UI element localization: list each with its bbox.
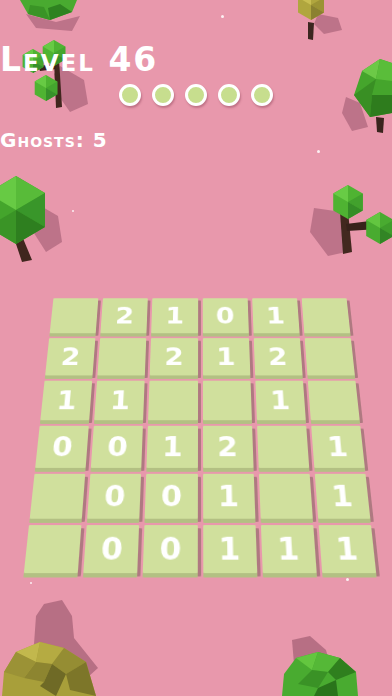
dust-speck bbox=[346, 578, 349, 581]
bush-bottom-right-icon bbox=[278, 628, 370, 696]
board-tile-r5c6[interactable]: 1 bbox=[315, 474, 371, 519]
board-tile-r1c4[interactable]: 0 bbox=[202, 298, 248, 333]
board-tile-r1c6[interactable] bbox=[302, 298, 351, 333]
board-tile-r6c3[interactable]: 0 bbox=[143, 525, 197, 573]
ghost-slot bbox=[218, 84, 240, 106]
board-tile-r2c5[interactable]: 2 bbox=[253, 338, 302, 375]
board-tile-r6c4[interactable]: 1 bbox=[203, 525, 257, 573]
board-tile-r1c1[interactable] bbox=[50, 298, 99, 333]
board-tile-r3c4[interactable] bbox=[202, 381, 251, 421]
board-tile-r4c1[interactable]: 0 bbox=[35, 426, 89, 468]
ghost-slot bbox=[119, 84, 141, 106]
bush-bottom-left-olive-icon bbox=[0, 594, 112, 696]
board-tile-r4c6[interactable]: 1 bbox=[311, 426, 365, 468]
board-tile-r5c2[interactable]: 0 bbox=[87, 474, 141, 519]
game-screen: Level 46 Ghosts: 5 210122121110012100110… bbox=[0, 0, 392, 696]
tree-left-middle-icon bbox=[0, 172, 78, 264]
dust-speck bbox=[72, 210, 74, 212]
dust-speck bbox=[30, 582, 32, 584]
puzzle-board: 2101221211100121001100111 bbox=[24, 298, 376, 573]
board-tile-r1c3[interactable]: 1 bbox=[151, 298, 197, 333]
board-tile-r5c1[interactable] bbox=[30, 474, 86, 519]
board-tile-r2c4[interactable]: 1 bbox=[202, 338, 250, 375]
dust-speck bbox=[221, 15, 224, 18]
level-title: Level 46 bbox=[0, 40, 392, 79]
board-tile-r5c4[interactable]: 1 bbox=[203, 474, 255, 519]
board-tile-r6c5[interactable]: 1 bbox=[261, 525, 317, 573]
ghosts-counter: Ghosts: 5 bbox=[0, 128, 392, 152]
board-tile-r5c5[interactable] bbox=[259, 474, 313, 519]
board-tile-r3c2[interactable]: 1 bbox=[94, 381, 145, 421]
ghost-slot bbox=[251, 84, 273, 106]
board-tile-r6c6[interactable]: 1 bbox=[318, 525, 376, 573]
ghost-slot bbox=[152, 84, 174, 106]
board-tile-r3c6[interactable] bbox=[308, 381, 360, 421]
board-tile-r3c1[interactable]: 1 bbox=[40, 381, 92, 421]
board-tile-r6c1[interactable] bbox=[24, 525, 82, 573]
board-tile-r4c4[interactable]: 2 bbox=[203, 426, 254, 468]
board-tile-r4c2[interactable]: 0 bbox=[91, 426, 143, 468]
board-tile-r2c3[interactable]: 2 bbox=[150, 338, 198, 375]
ghost-slot bbox=[185, 84, 207, 106]
tree-top-right-olive-icon bbox=[294, 0, 346, 42]
tree-right-middle-icon bbox=[304, 180, 392, 260]
board-tile-r2c2[interactable] bbox=[98, 338, 147, 375]
board-tile-r5c3[interactable]: 0 bbox=[145, 474, 197, 519]
board-tile-r3c3[interactable] bbox=[148, 381, 197, 421]
board-tile-r1c2[interactable]: 2 bbox=[101, 298, 149, 333]
board-tile-r1c5[interactable]: 1 bbox=[252, 298, 300, 333]
board-tile-r4c3[interactable]: 1 bbox=[147, 426, 198, 468]
bush-top-left-icon bbox=[14, 0, 99, 36]
board-tile-r2c1[interactable]: 2 bbox=[45, 338, 95, 375]
ghost-slots bbox=[0, 84, 392, 106]
board-tile-r2c6[interactable] bbox=[304, 338, 354, 375]
board-tile-r6c2[interactable]: 0 bbox=[83, 525, 139, 573]
board-tile-r4c5[interactable] bbox=[257, 426, 309, 468]
board-tile-r3c5[interactable]: 1 bbox=[255, 381, 306, 421]
